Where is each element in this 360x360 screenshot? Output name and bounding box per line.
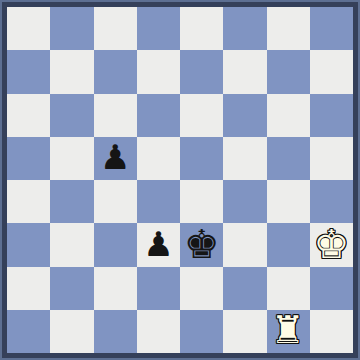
square-f4[interactable] <box>223 180 266 223</box>
square-d5[interactable] <box>137 137 180 180</box>
square-c8[interactable] <box>94 7 137 50</box>
black-king[interactable]: ♚ <box>184 224 220 264</box>
square-a4[interactable] <box>7 180 50 223</box>
square-h4[interactable] <box>310 180 353 223</box>
square-a6[interactable] <box>7 94 50 137</box>
square-f8[interactable] <box>223 7 266 50</box>
square-g3[interactable] <box>267 223 310 266</box>
square-b8[interactable] <box>50 7 93 50</box>
square-h8[interactable] <box>310 7 353 50</box>
black-pawn[interactable]: ♟ <box>143 227 173 261</box>
square-f6[interactable] <box>223 94 266 137</box>
square-f2[interactable] <box>223 267 266 310</box>
square-c3[interactable] <box>94 223 137 266</box>
square-e3[interactable]: ♚ <box>180 223 223 266</box>
square-g6[interactable] <box>267 94 310 137</box>
square-e1[interactable] <box>180 310 223 353</box>
square-h6[interactable] <box>310 94 353 137</box>
square-f3[interactable] <box>223 223 266 266</box>
square-a8[interactable] <box>7 7 50 50</box>
square-d4[interactable] <box>137 180 180 223</box>
square-g8[interactable] <box>267 7 310 50</box>
square-a5[interactable] <box>7 137 50 180</box>
square-d3[interactable]: ♟ <box>137 223 180 266</box>
square-c7[interactable] <box>94 50 137 93</box>
white-king[interactable]: ♚ <box>313 224 349 264</box>
chess-board-frame: ♟♟♚♚♜ <box>0 0 360 360</box>
square-c5[interactable]: ♟ <box>94 137 137 180</box>
square-a2[interactable] <box>7 267 50 310</box>
square-d7[interactable] <box>137 50 180 93</box>
square-g2[interactable] <box>267 267 310 310</box>
square-h7[interactable] <box>310 50 353 93</box>
square-b2[interactable] <box>50 267 93 310</box>
square-d2[interactable] <box>137 267 180 310</box>
black-pawn[interactable]: ♟ <box>100 140 130 174</box>
square-h5[interactable] <box>310 137 353 180</box>
square-e5[interactable] <box>180 137 223 180</box>
square-f7[interactable] <box>223 50 266 93</box>
square-d6[interactable] <box>137 94 180 137</box>
square-h3[interactable]: ♚ <box>310 223 353 266</box>
square-e6[interactable] <box>180 94 223 137</box>
square-f1[interactable] <box>223 310 266 353</box>
square-c4[interactable] <box>94 180 137 223</box>
square-f5[interactable] <box>223 137 266 180</box>
square-e7[interactable] <box>180 50 223 93</box>
square-h1[interactable] <box>310 310 353 353</box>
square-a3[interactable] <box>7 223 50 266</box>
square-d1[interactable] <box>137 310 180 353</box>
square-a7[interactable] <box>7 50 50 93</box>
square-b7[interactable] <box>50 50 93 93</box>
square-b3[interactable] <box>50 223 93 266</box>
square-c1[interactable] <box>94 310 137 353</box>
square-c2[interactable] <box>94 267 137 310</box>
chess-board: ♟♟♚♚♜ <box>7 7 353 353</box>
white-rook[interactable]: ♜ <box>271 311 305 349</box>
square-e8[interactable] <box>180 7 223 50</box>
square-b6[interactable] <box>50 94 93 137</box>
square-b1[interactable] <box>50 310 93 353</box>
square-e4[interactable] <box>180 180 223 223</box>
square-b5[interactable] <box>50 137 93 180</box>
square-b4[interactable] <box>50 180 93 223</box>
square-c6[interactable] <box>94 94 137 137</box>
square-g4[interactable] <box>267 180 310 223</box>
square-g7[interactable] <box>267 50 310 93</box>
square-e2[interactable] <box>180 267 223 310</box>
square-a1[interactable] <box>7 310 50 353</box>
square-d8[interactable] <box>137 7 180 50</box>
square-h2[interactable] <box>310 267 353 310</box>
square-g5[interactable] <box>267 137 310 180</box>
square-g1[interactable]: ♜ <box>267 310 310 353</box>
